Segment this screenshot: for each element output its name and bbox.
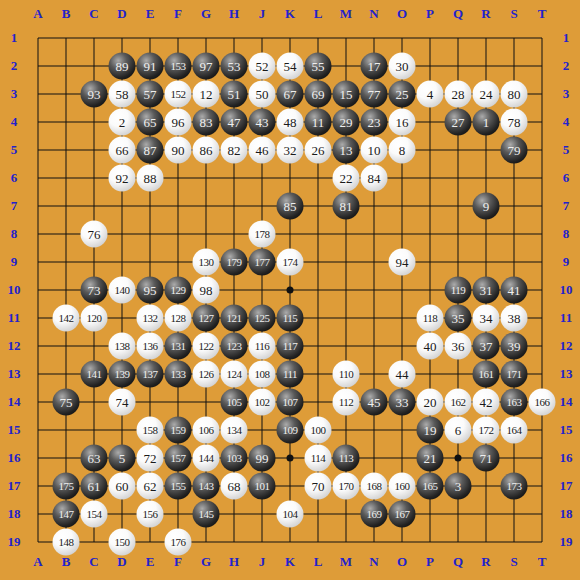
row-label-right-6: 6 bbox=[563, 170, 570, 186]
move-number: 84 bbox=[368, 172, 381, 185]
column-label-bottom-B: B bbox=[62, 554, 71, 570]
move-number: 2 bbox=[119, 116, 126, 129]
row-label-right-19: 19 bbox=[560, 534, 573, 550]
move-number: 83 bbox=[200, 116, 213, 129]
move-number: 63 bbox=[88, 452, 101, 465]
move-number: 24 bbox=[480, 88, 493, 101]
stone-F17-black: 155 bbox=[165, 473, 192, 500]
move-number: 121 bbox=[227, 313, 242, 324]
move-number: 162 bbox=[451, 397, 466, 408]
stone-K4-white: 48 bbox=[277, 109, 304, 136]
move-number: 111 bbox=[283, 369, 297, 380]
move-number: 86 bbox=[200, 144, 213, 157]
stone-J8-white: 178 bbox=[249, 221, 276, 248]
move-number: 31 bbox=[480, 284, 493, 297]
stone-L4-black: 11 bbox=[305, 109, 332, 136]
stone-M7-black: 81 bbox=[333, 193, 360, 220]
move-number: 80 bbox=[508, 88, 521, 101]
move-number: 171 bbox=[507, 369, 522, 380]
column-label-top-K: K bbox=[285, 6, 295, 22]
row-label-left-7: 7 bbox=[11, 198, 18, 214]
stone-H14-black: 105 bbox=[221, 389, 248, 416]
move-number: 21 bbox=[424, 452, 437, 465]
stone-B11-white: 142 bbox=[53, 305, 80, 332]
move-number: 69 bbox=[312, 88, 325, 101]
move-number: 170 bbox=[339, 481, 354, 492]
stone-J13-white: 108 bbox=[249, 361, 276, 388]
column-label-top-N: N bbox=[369, 6, 378, 22]
stone-B14-black: 75 bbox=[53, 389, 80, 416]
stone-H9-black: 179 bbox=[221, 249, 248, 276]
stone-O13-white: 44 bbox=[389, 361, 416, 388]
stone-E4-black: 65 bbox=[137, 109, 164, 136]
move-number: 15 bbox=[340, 88, 353, 101]
stone-N17-white: 168 bbox=[361, 473, 388, 500]
move-number: 145 bbox=[199, 509, 214, 520]
move-number: 34 bbox=[480, 312, 493, 325]
move-number: 46 bbox=[256, 144, 269, 157]
move-number: 96 bbox=[172, 116, 185, 129]
stone-Q12-white: 36 bbox=[445, 333, 472, 360]
stone-C17-black: 61 bbox=[81, 473, 108, 500]
move-number: 118 bbox=[423, 313, 438, 324]
star-point-K10 bbox=[287, 287, 294, 294]
move-number: 12 bbox=[200, 88, 213, 101]
move-number: 139 bbox=[115, 369, 130, 380]
move-number: 32 bbox=[284, 144, 297, 157]
stone-J5-white: 46 bbox=[249, 137, 276, 164]
move-number: 115 bbox=[283, 313, 298, 324]
move-number: 110 bbox=[339, 369, 354, 380]
stone-D16-black: 5 bbox=[109, 445, 136, 472]
stone-O4-white: 16 bbox=[389, 109, 416, 136]
stone-O3-black: 25 bbox=[389, 81, 416, 108]
move-number: 157 bbox=[171, 453, 186, 464]
move-number: 33 bbox=[396, 396, 409, 409]
stone-K14-black: 107 bbox=[277, 389, 304, 416]
move-number: 134 bbox=[227, 425, 242, 436]
move-number: 119 bbox=[451, 285, 466, 296]
stone-E5-black: 87 bbox=[137, 137, 164, 164]
move-number: 158 bbox=[143, 425, 158, 436]
stone-C11-white: 120 bbox=[81, 305, 108, 332]
move-number: 72 bbox=[144, 452, 157, 465]
stone-S14-black: 163 bbox=[501, 389, 528, 416]
move-number: 112 bbox=[339, 397, 354, 408]
stone-R13-black: 161 bbox=[473, 361, 500, 388]
stone-B18-black: 147 bbox=[53, 501, 80, 528]
move-number: 10 bbox=[368, 144, 381, 157]
move-number: 172 bbox=[479, 425, 494, 436]
stone-D14-white: 74 bbox=[109, 389, 136, 416]
stone-F4-white: 96 bbox=[165, 109, 192, 136]
move-number: 42 bbox=[480, 396, 493, 409]
stone-B19-white: 148 bbox=[53, 529, 80, 556]
stone-M13-white: 110 bbox=[333, 361, 360, 388]
move-number: 154 bbox=[87, 509, 102, 520]
column-label-top-F: F bbox=[174, 6, 182, 22]
column-label-top-L: L bbox=[314, 6, 323, 22]
column-label-top-G: G bbox=[201, 6, 211, 22]
move-number: 82 bbox=[228, 144, 241, 157]
column-label-bottom-L: L bbox=[314, 554, 323, 570]
move-number: 70 bbox=[312, 480, 325, 493]
move-number: 41 bbox=[508, 284, 521, 297]
row-label-left-2: 2 bbox=[11, 58, 18, 74]
stone-S3-white: 80 bbox=[501, 81, 528, 108]
row-label-right-15: 15 bbox=[560, 422, 573, 438]
move-number: 141 bbox=[87, 369, 102, 380]
move-number: 105 bbox=[227, 397, 242, 408]
move-number: 136 bbox=[143, 341, 158, 352]
move-number: 13 bbox=[340, 144, 353, 157]
move-number: 126 bbox=[199, 369, 214, 380]
stone-P14-white: 20 bbox=[417, 389, 444, 416]
row-label-right-5: 5 bbox=[563, 142, 570, 158]
move-number: 74 bbox=[116, 396, 129, 409]
stone-P3-white: 4 bbox=[417, 81, 444, 108]
move-number: 93 bbox=[88, 88, 101, 101]
move-number: 17 bbox=[368, 60, 381, 73]
stone-N14-black: 45 bbox=[361, 389, 388, 416]
row-label-right-10: 10 bbox=[560, 282, 573, 298]
stone-K3-black: 67 bbox=[277, 81, 304, 108]
stone-N2-black: 17 bbox=[361, 53, 388, 80]
stone-G2-black: 97 bbox=[193, 53, 220, 80]
move-number: 77 bbox=[368, 88, 381, 101]
stone-D17-white: 60 bbox=[109, 473, 136, 500]
move-number: 67 bbox=[284, 88, 297, 101]
row-label-left-15: 15 bbox=[8, 422, 21, 438]
stone-S15-white: 164 bbox=[501, 417, 528, 444]
move-number: 175 bbox=[59, 481, 74, 492]
row-label-left-6: 6 bbox=[11, 170, 18, 186]
move-number: 178 bbox=[255, 229, 270, 240]
column-label-bottom-M: M bbox=[340, 554, 352, 570]
move-number: 55 bbox=[312, 60, 325, 73]
move-number: 19 bbox=[424, 424, 437, 437]
move-number: 29 bbox=[340, 116, 353, 129]
stone-D3-white: 58 bbox=[109, 81, 136, 108]
row-label-left-11: 11 bbox=[8, 310, 20, 326]
stone-E2-black: 91 bbox=[137, 53, 164, 80]
move-number: 140 bbox=[115, 285, 130, 296]
stone-D6-white: 92 bbox=[109, 165, 136, 192]
move-number: 89 bbox=[116, 60, 129, 73]
move-number: 58 bbox=[116, 88, 129, 101]
stone-F3-white: 152 bbox=[165, 81, 192, 108]
stone-J9-black: 177 bbox=[249, 249, 276, 276]
move-number: 147 bbox=[59, 509, 74, 520]
move-number: 37 bbox=[480, 340, 493, 353]
move-number: 117 bbox=[283, 341, 298, 352]
stone-O17-white: 160 bbox=[389, 473, 416, 500]
stone-R10-black: 31 bbox=[473, 277, 500, 304]
column-label-top-E: E bbox=[146, 6, 155, 22]
stone-N6-white: 84 bbox=[361, 165, 388, 192]
stone-M4-black: 29 bbox=[333, 109, 360, 136]
stone-K9-white: 174 bbox=[277, 249, 304, 276]
stone-H16-black: 103 bbox=[221, 445, 248, 472]
stone-S4-white: 78 bbox=[501, 109, 528, 136]
stone-Q11-black: 35 bbox=[445, 305, 472, 332]
row-label-right-18: 18 bbox=[560, 506, 573, 522]
stone-M3-black: 15 bbox=[333, 81, 360, 108]
row-label-left-13: 13 bbox=[8, 366, 21, 382]
move-number: 71 bbox=[480, 452, 493, 465]
column-label-top-A: A bbox=[33, 6, 42, 22]
column-label-top-H: H bbox=[229, 6, 239, 22]
row-label-right-4: 4 bbox=[563, 114, 570, 130]
move-number: 177 bbox=[255, 257, 270, 268]
move-number: 109 bbox=[283, 425, 298, 436]
stone-G17-black: 143 bbox=[193, 473, 220, 500]
move-number: 179 bbox=[227, 257, 242, 268]
row-label-right-11: 11 bbox=[560, 310, 572, 326]
stone-E15-white: 158 bbox=[137, 417, 164, 444]
stone-S13-black: 171 bbox=[501, 361, 528, 388]
stone-D12-white: 138 bbox=[109, 333, 136, 360]
row-label-left-4: 4 bbox=[11, 114, 18, 130]
move-number: 103 bbox=[227, 453, 242, 464]
stone-Q4-black: 27 bbox=[445, 109, 472, 136]
stone-D2-black: 89 bbox=[109, 53, 136, 80]
move-number: 127 bbox=[199, 313, 214, 324]
stone-S10-black: 41 bbox=[501, 277, 528, 304]
move-number: 144 bbox=[199, 453, 214, 464]
move-number: 38 bbox=[508, 312, 521, 325]
row-label-left-5: 5 bbox=[11, 142, 18, 158]
move-number: 36 bbox=[452, 340, 465, 353]
stone-Q17-black: 3 bbox=[445, 473, 472, 500]
move-number: 168 bbox=[367, 481, 382, 492]
stone-E17-white: 62 bbox=[137, 473, 164, 500]
row-label-right-2: 2 bbox=[563, 58, 570, 74]
column-label-top-O: O bbox=[397, 6, 407, 22]
move-number: 164 bbox=[507, 425, 522, 436]
stone-R16-black: 71 bbox=[473, 445, 500, 472]
column-label-bottom-D: D bbox=[117, 554, 126, 570]
move-number: 6 bbox=[455, 424, 462, 437]
row-label-right-9: 9 bbox=[563, 254, 570, 270]
stone-L5-white: 26 bbox=[305, 137, 332, 164]
stone-F12-black: 131 bbox=[165, 333, 192, 360]
move-number: 25 bbox=[396, 88, 409, 101]
move-number: 133 bbox=[171, 369, 186, 380]
move-number: 28 bbox=[452, 88, 465, 101]
move-number: 43 bbox=[256, 116, 269, 129]
stone-F19-white: 176 bbox=[165, 529, 192, 556]
stone-R15-white: 172 bbox=[473, 417, 500, 444]
stone-H4-black: 47 bbox=[221, 109, 248, 136]
stone-C18-white: 154 bbox=[81, 501, 108, 528]
move-number: 50 bbox=[256, 88, 269, 101]
stone-H2-black: 53 bbox=[221, 53, 248, 80]
column-label-bottom-C: C bbox=[89, 554, 98, 570]
stone-S12-black: 39 bbox=[501, 333, 528, 360]
move-number: 108 bbox=[255, 369, 270, 380]
stone-M5-black: 13 bbox=[333, 137, 360, 164]
stone-K13-black: 111 bbox=[277, 361, 304, 388]
stone-L15-white: 100 bbox=[305, 417, 332, 444]
stone-F11-white: 128 bbox=[165, 305, 192, 332]
column-label-top-D: D bbox=[117, 6, 126, 22]
stone-K12-black: 117 bbox=[277, 333, 304, 360]
move-number: 174 bbox=[283, 257, 298, 268]
row-label-left-16: 16 bbox=[8, 450, 21, 466]
stone-J12-white: 116 bbox=[249, 333, 276, 360]
move-number: 47 bbox=[228, 116, 241, 129]
move-number: 22 bbox=[340, 172, 353, 185]
stone-H17-white: 68 bbox=[221, 473, 248, 500]
move-number: 169 bbox=[367, 509, 382, 520]
stone-E6-white: 88 bbox=[137, 165, 164, 192]
move-number: 159 bbox=[171, 425, 186, 436]
stone-S11-white: 38 bbox=[501, 305, 528, 332]
move-number: 62 bbox=[144, 480, 157, 493]
stone-J4-black: 43 bbox=[249, 109, 276, 136]
move-number: 120 bbox=[87, 313, 102, 324]
move-number: 66 bbox=[116, 144, 129, 157]
row-label-right-17: 17 bbox=[560, 478, 573, 494]
move-number: 8 bbox=[399, 144, 406, 157]
stone-L3-black: 69 bbox=[305, 81, 332, 108]
row-label-left-9: 9 bbox=[11, 254, 18, 270]
row-label-right-13: 13 bbox=[560, 366, 573, 382]
stone-R12-black: 37 bbox=[473, 333, 500, 360]
move-number: 102 bbox=[255, 397, 270, 408]
move-number: 16 bbox=[396, 116, 409, 129]
stone-M14-white: 112 bbox=[333, 389, 360, 416]
column-label-top-T: T bbox=[538, 6, 547, 22]
column-label-bottom-T: T bbox=[538, 554, 547, 570]
stone-K2-white: 54 bbox=[277, 53, 304, 80]
move-number: 165 bbox=[423, 481, 438, 492]
stone-T14-white: 166 bbox=[529, 389, 556, 416]
move-number: 73 bbox=[88, 284, 101, 297]
stone-D5-white: 66 bbox=[109, 137, 136, 164]
move-number: 98 bbox=[200, 284, 213, 297]
stone-H3-black: 51 bbox=[221, 81, 248, 108]
stone-K18-white: 104 bbox=[277, 501, 304, 528]
column-label-bottom-R: R bbox=[481, 554, 490, 570]
stone-H12-black: 123 bbox=[221, 333, 248, 360]
move-number: 39 bbox=[508, 340, 521, 353]
stone-G9-white: 130 bbox=[193, 249, 220, 276]
move-number: 60 bbox=[116, 480, 129, 493]
stone-S5-black: 79 bbox=[501, 137, 528, 164]
move-number: 90 bbox=[172, 144, 185, 157]
stone-E16-white: 72 bbox=[137, 445, 164, 472]
star-point-Q16 bbox=[455, 455, 462, 462]
move-number: 160 bbox=[395, 481, 410, 492]
column-label-bottom-G: G bbox=[201, 554, 211, 570]
stone-N18-black: 169 bbox=[361, 501, 388, 528]
move-number: 148 bbox=[59, 537, 74, 548]
move-number: 137 bbox=[143, 369, 158, 380]
stone-J3-white: 50 bbox=[249, 81, 276, 108]
move-number: 9 bbox=[483, 200, 490, 213]
move-number: 122 bbox=[199, 341, 214, 352]
move-number: 113 bbox=[339, 453, 354, 464]
move-number: 79 bbox=[508, 144, 521, 157]
move-number: 130 bbox=[199, 257, 214, 268]
stone-D4-white: 2 bbox=[109, 109, 136, 136]
stone-P12-white: 40 bbox=[417, 333, 444, 360]
stone-L16-white: 114 bbox=[305, 445, 332, 472]
column-label-top-C: C bbox=[89, 6, 98, 22]
column-label-top-Q: Q bbox=[453, 6, 463, 22]
stone-O18-black: 167 bbox=[389, 501, 416, 528]
column-label-bottom-H: H bbox=[229, 554, 239, 570]
move-number: 48 bbox=[284, 116, 297, 129]
move-number: 52 bbox=[256, 60, 269, 73]
move-number: 100 bbox=[311, 425, 326, 436]
stone-O2-white: 30 bbox=[389, 53, 416, 80]
stone-R7-black: 9 bbox=[473, 193, 500, 220]
move-number: 107 bbox=[283, 397, 298, 408]
stone-F13-black: 133 bbox=[165, 361, 192, 388]
column-label-bottom-E: E bbox=[146, 554, 155, 570]
stone-L17-white: 70 bbox=[305, 473, 332, 500]
move-number: 101 bbox=[255, 481, 270, 492]
stone-S17-black: 173 bbox=[501, 473, 528, 500]
stone-G13-white: 126 bbox=[193, 361, 220, 388]
move-number: 1 bbox=[483, 116, 490, 129]
stone-D10-white: 140 bbox=[109, 277, 136, 304]
row-label-left-19: 19 bbox=[8, 534, 21, 550]
stone-N3-black: 77 bbox=[361, 81, 388, 108]
stone-C10-black: 73 bbox=[81, 277, 108, 304]
stone-C13-black: 141 bbox=[81, 361, 108, 388]
column-label-top-R: R bbox=[481, 6, 490, 22]
move-number: 4 bbox=[427, 88, 434, 101]
move-number: 128 bbox=[171, 313, 186, 324]
move-number: 97 bbox=[200, 60, 213, 73]
stone-N5-white: 10 bbox=[361, 137, 388, 164]
move-number: 114 bbox=[311, 453, 326, 464]
stone-E18-white: 156 bbox=[137, 501, 164, 528]
stone-R11-white: 34 bbox=[473, 305, 500, 332]
stone-O5-white: 8 bbox=[389, 137, 416, 164]
stone-F2-black: 153 bbox=[165, 53, 192, 80]
move-number: 44 bbox=[396, 368, 409, 381]
move-number: 20 bbox=[424, 396, 437, 409]
row-label-left-3: 3 bbox=[11, 86, 18, 102]
move-number: 30 bbox=[396, 60, 409, 73]
column-label-top-P: P bbox=[426, 6, 434, 22]
stone-P11-white: 118 bbox=[417, 305, 444, 332]
stone-G4-black: 83 bbox=[193, 109, 220, 136]
column-label-bottom-Q: Q bbox=[453, 554, 463, 570]
row-label-right-14: 14 bbox=[560, 394, 573, 410]
move-number: 176 bbox=[171, 537, 186, 548]
column-label-bottom-A: A bbox=[33, 554, 42, 570]
stone-Q14-white: 162 bbox=[445, 389, 472, 416]
move-number: 35 bbox=[452, 312, 465, 325]
stone-P15-black: 19 bbox=[417, 417, 444, 444]
stone-G3-white: 12 bbox=[193, 81, 220, 108]
stone-J11-black: 125 bbox=[249, 305, 276, 332]
stone-E3-black: 57 bbox=[137, 81, 164, 108]
stone-G11-black: 127 bbox=[193, 305, 220, 332]
column-label-top-M: M bbox=[340, 6, 352, 22]
row-label-right-1: 1 bbox=[563, 30, 570, 46]
move-number: 65 bbox=[144, 116, 157, 129]
move-number: 87 bbox=[144, 144, 157, 157]
move-number: 75 bbox=[60, 396, 73, 409]
stone-Q3-white: 28 bbox=[445, 81, 472, 108]
